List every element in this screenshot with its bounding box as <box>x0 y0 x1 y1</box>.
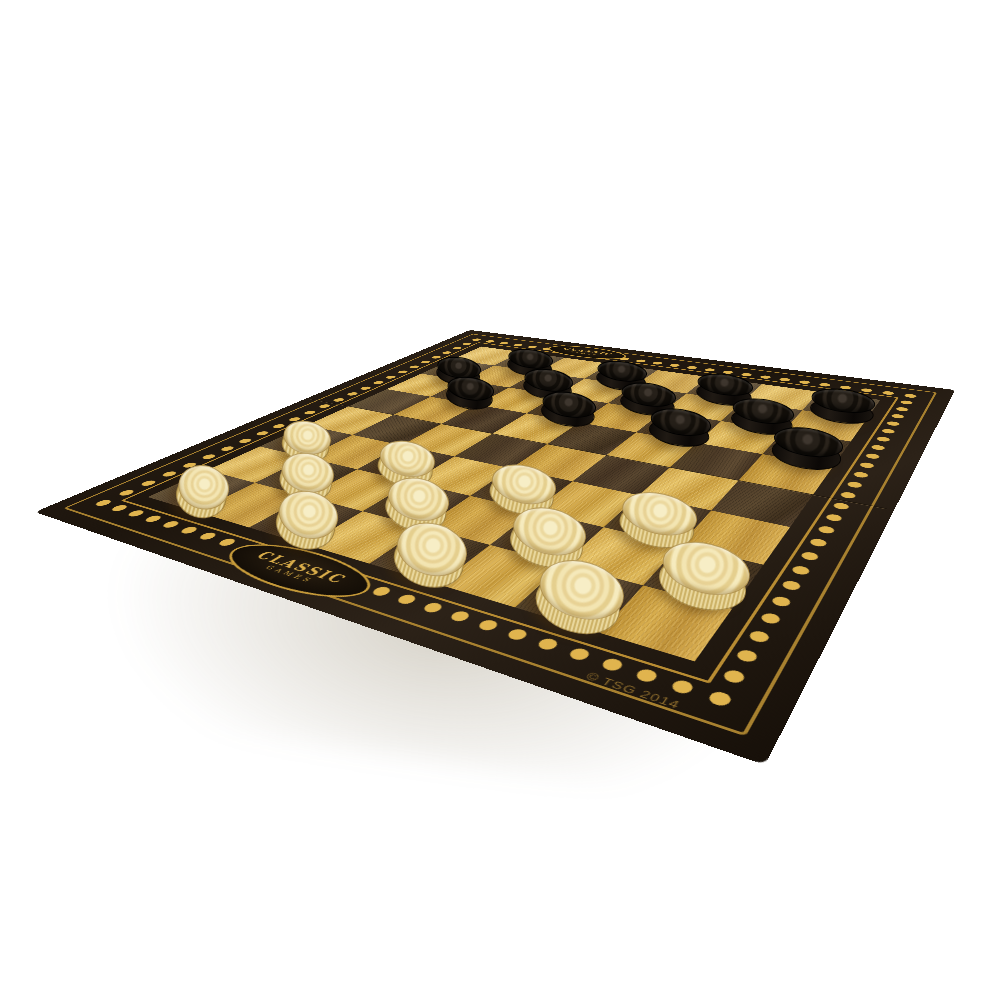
scene: CLASSIC GAMES CLASSIC GAMES © TSG 2014 <box>0 0 1000 1000</box>
